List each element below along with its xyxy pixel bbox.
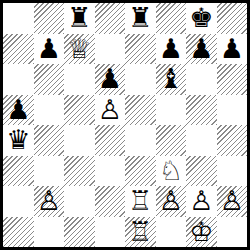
- square-e3[interactable]: [125, 156, 156, 187]
- square-f5[interactable]: [156, 95, 187, 126]
- black-pawn-b7: ♟: [37, 34, 61, 65]
- white-king-g1: ♔: [189, 217, 213, 248]
- white-rook-e1: ♖: [128, 217, 152, 248]
- square-f3[interactable]: ♘: [156, 156, 187, 187]
- square-d3[interactable]: [95, 156, 126, 187]
- square-g7[interactable]: ♟: [186, 34, 217, 65]
- square-d7[interactable]: [95, 34, 126, 65]
- square-e6[interactable]: [125, 64, 156, 95]
- white-pawn-f2: ♙: [159, 186, 183, 217]
- black-pawn-h7: ♟: [220, 34, 244, 65]
- square-g4[interactable]: [186, 125, 217, 156]
- square-c5[interactable]: [64, 95, 95, 126]
- black-rook-c8: ♜: [67, 3, 91, 34]
- square-h2[interactable]: ♙: [217, 186, 248, 217]
- white-pawn-b2: ♙: [37, 186, 61, 217]
- black-pawn-f7: ♟: [159, 34, 183, 65]
- square-d5[interactable]: ♙: [95, 95, 126, 126]
- square-b1[interactable]: [34, 217, 65, 248]
- square-b4[interactable]: [34, 125, 65, 156]
- square-d2[interactable]: [95, 186, 126, 217]
- square-a4[interactable]: ♛: [3, 125, 34, 156]
- square-a1[interactable]: [3, 217, 34, 248]
- square-g2[interactable]: ♙: [186, 186, 217, 217]
- square-e2[interactable]: ♖: [125, 186, 156, 217]
- square-c3[interactable]: [64, 156, 95, 187]
- square-c1[interactable]: [64, 217, 95, 248]
- square-c2[interactable]: [64, 186, 95, 217]
- black-pawn-d6: ♟: [98, 64, 122, 95]
- square-e5[interactable]: [125, 95, 156, 126]
- square-h8[interactable]: [217, 3, 248, 34]
- square-d4[interactable]: [95, 125, 126, 156]
- square-e7[interactable]: [125, 34, 156, 65]
- black-queen-a4: ♛: [6, 125, 30, 156]
- square-d1[interactable]: [95, 217, 126, 248]
- square-b7[interactable]: ♟: [34, 34, 65, 65]
- square-a2[interactable]: [3, 186, 34, 217]
- square-g3[interactable]: [186, 156, 217, 187]
- white-queen-c7: ♕: [67, 34, 91, 65]
- square-h4[interactable]: [217, 125, 248, 156]
- square-f1[interactable]: [156, 217, 187, 248]
- square-a3[interactable]: [3, 156, 34, 187]
- square-d8[interactable]: [95, 3, 126, 34]
- white-pawn-h2: ♙: [220, 186, 244, 217]
- square-e8[interactable]: ♜: [125, 3, 156, 34]
- square-e1[interactable]: ♖: [125, 217, 156, 248]
- chess-board: ♜♜♚♟♕♟♟♟♟♝♟♙♛♘♙♖♙♙♙♖♔: [3, 3, 247, 247]
- square-h7[interactable]: ♟: [217, 34, 248, 65]
- square-c4[interactable]: [64, 125, 95, 156]
- white-knight-f3: ♘: [159, 156, 183, 187]
- square-a6[interactable]: [3, 64, 34, 95]
- square-g1[interactable]: ♔: [186, 217, 217, 248]
- white-pawn-g2: ♙: [189, 186, 213, 217]
- square-f6[interactable]: ♝: [156, 64, 187, 95]
- black-pawn-a5: ♟: [6, 95, 30, 126]
- square-d6[interactable]: ♟: [95, 64, 126, 95]
- black-pawn-g7: ♟: [189, 34, 213, 65]
- black-rook-e8: ♜: [128, 3, 152, 34]
- square-a7[interactable]: [3, 34, 34, 65]
- square-c7[interactable]: ♕: [64, 34, 95, 65]
- black-king-g8: ♚: [189, 3, 213, 34]
- square-b3[interactable]: [34, 156, 65, 187]
- square-g5[interactable]: [186, 95, 217, 126]
- chess-board-frame: ♜♜♚♟♕♟♟♟♟♝♟♙♛♘♙♖♙♙♙♖♔: [0, 0, 250, 250]
- square-b2[interactable]: ♙: [34, 186, 65, 217]
- square-a8[interactable]: [3, 3, 34, 34]
- square-h5[interactable]: [217, 95, 248, 126]
- square-f8[interactable]: [156, 3, 187, 34]
- square-b6[interactable]: [34, 64, 65, 95]
- square-f2[interactable]: ♙: [156, 186, 187, 217]
- black-bishop-f6: ♝: [159, 64, 183, 95]
- white-rook-e2: ♖: [128, 186, 152, 217]
- square-h3[interactable]: [217, 156, 248, 187]
- square-h6[interactable]: [217, 64, 248, 95]
- square-c6[interactable]: [64, 64, 95, 95]
- square-e4[interactable]: [125, 125, 156, 156]
- square-g8[interactable]: ♚: [186, 3, 217, 34]
- square-f4[interactable]: [156, 125, 187, 156]
- square-f7[interactable]: ♟: [156, 34, 187, 65]
- square-c8[interactable]: ♜: [64, 3, 95, 34]
- square-b8[interactable]: [34, 3, 65, 34]
- square-h1[interactable]: [217, 217, 248, 248]
- square-b5[interactable]: [34, 95, 65, 126]
- square-a5[interactable]: ♟: [3, 95, 34, 126]
- white-pawn-d5: ♙: [98, 95, 122, 126]
- square-g6[interactable]: [186, 64, 217, 95]
